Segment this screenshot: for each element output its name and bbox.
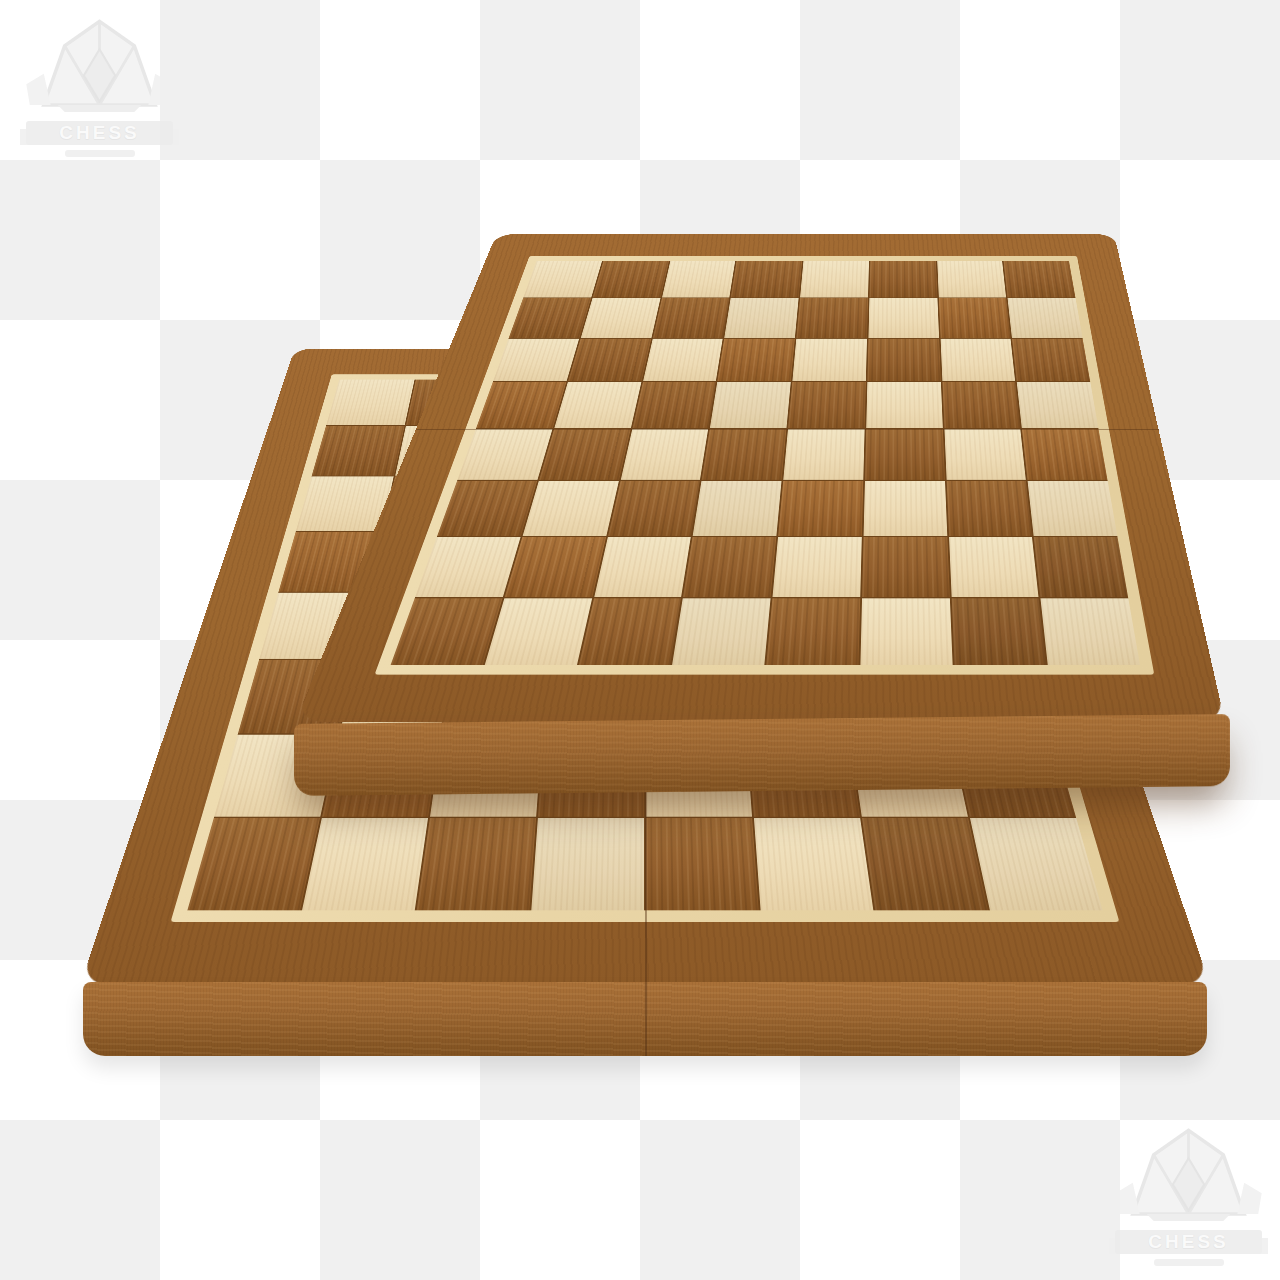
- square: [302, 818, 428, 910]
- square: [942, 382, 1020, 428]
- small-board-fold-seam: [416, 429, 1159, 430]
- square: [662, 261, 736, 298]
- square: [754, 818, 873, 910]
- square: [312, 426, 405, 476]
- square: [862, 537, 950, 597]
- square: [646, 818, 759, 910]
- square: [869, 261, 937, 298]
- square: [493, 338, 579, 381]
- square: [683, 537, 776, 597]
- square: [458, 429, 553, 479]
- square: [509, 298, 591, 337]
- square: [653, 298, 730, 337]
- square: [620, 429, 708, 479]
- square: [504, 537, 605, 597]
- square: [788, 382, 866, 428]
- square: [417, 818, 536, 910]
- square: [476, 382, 566, 428]
- square: [710, 382, 791, 428]
- square: [766, 599, 860, 666]
- square: [718, 338, 795, 381]
- square: [581, 298, 660, 337]
- square: [938, 298, 1010, 337]
- square: [863, 481, 946, 536]
- square: [484, 599, 591, 666]
- square: [778, 481, 863, 536]
- square: [1041, 599, 1140, 666]
- square: [568, 338, 651, 381]
- square: [940, 338, 1015, 381]
- product-photo: CHESS CHESS: [0, 0, 1280, 1280]
- square: [1028, 481, 1118, 536]
- square: [866, 382, 942, 428]
- square: [523, 261, 602, 298]
- square: [554, 382, 641, 428]
- square: [326, 380, 414, 426]
- small-board-front-edge: [294, 714, 1230, 796]
- square: [731, 261, 802, 298]
- square: [949, 537, 1039, 597]
- square: [868, 298, 938, 337]
- square: [1004, 261, 1076, 298]
- square: [800, 261, 869, 298]
- square: [608, 481, 700, 536]
- square: [783, 429, 864, 479]
- square: [672, 599, 770, 666]
- square: [1012, 338, 1090, 381]
- square: [792, 338, 866, 381]
- square: [865, 429, 945, 479]
- large-board-front-edge: [83, 982, 1207, 1056]
- square: [539, 429, 630, 479]
- square: [632, 382, 716, 428]
- square: [937, 261, 1006, 298]
- square: [594, 537, 691, 597]
- square: [523, 481, 619, 536]
- square: [725, 298, 799, 337]
- square: [1017, 382, 1098, 428]
- square: [702, 429, 786, 479]
- square: [944, 429, 1026, 479]
- square: [860, 599, 952, 666]
- square: [951, 599, 1046, 666]
- square: [867, 338, 940, 381]
- square: [1034, 537, 1128, 597]
- square: [693, 481, 782, 536]
- large-board-edge-seam: [645, 982, 647, 1056]
- square: [578, 599, 681, 666]
- small-board-grid: [391, 261, 1140, 665]
- square: [862, 818, 988, 910]
- square: [796, 298, 867, 337]
- square: [1008, 298, 1083, 337]
- square: [531, 818, 644, 910]
- square: [946, 481, 1032, 536]
- square: [1022, 429, 1107, 479]
- square: [772, 537, 861, 597]
- square: [643, 338, 723, 381]
- square: [593, 261, 669, 298]
